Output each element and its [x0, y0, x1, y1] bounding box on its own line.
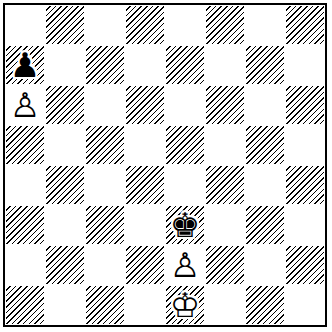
- square-c2[interactable]: [85, 245, 125, 285]
- black-king-fill: ♚: [165, 205, 205, 245]
- square-a5[interactable]: [5, 125, 45, 165]
- white-pawn-fill: ♟: [165, 245, 205, 285]
- square-c3[interactable]: [85, 205, 125, 245]
- square-d2[interactable]: [125, 245, 165, 285]
- square-g5[interactable]: [245, 125, 285, 165]
- square-d4[interactable]: [125, 165, 165, 205]
- black-king-glyph: ♚: [165, 205, 205, 245]
- square-b7[interactable]: [45, 45, 85, 85]
- chess-board: ♟♟♟♙♚♚♟♙♚♔: [5, 5, 325, 325]
- square-f4[interactable]: [205, 165, 245, 205]
- square-g1[interactable]: [245, 285, 285, 325]
- white-king-glyph: ♔: [165, 285, 205, 325]
- square-c6[interactable]: [85, 85, 125, 125]
- white-pawn: ♟♙: [5, 85, 45, 125]
- square-g3[interactable]: [245, 205, 285, 245]
- square-f5[interactable]: [205, 125, 245, 165]
- square-g2[interactable]: [245, 245, 285, 285]
- square-c5[interactable]: [85, 125, 125, 165]
- square-h8[interactable]: [285, 5, 325, 45]
- white-pawn-fill: ♟: [5, 85, 45, 125]
- square-c7[interactable]: [85, 45, 125, 85]
- square-f6[interactable]: [205, 85, 245, 125]
- square-b4[interactable]: [45, 165, 85, 205]
- square-a2[interactable]: [5, 245, 45, 285]
- square-a1[interactable]: [5, 285, 45, 325]
- black-pawn: ♟♟: [5, 45, 45, 85]
- white-king: ♚♔: [165, 285, 205, 325]
- square-f2[interactable]: [205, 245, 245, 285]
- square-h6[interactable]: [285, 85, 325, 125]
- square-e7[interactable]: [165, 45, 205, 85]
- square-h1[interactable]: [285, 285, 325, 325]
- square-e1[interactable]: ♚♔: [165, 285, 205, 325]
- square-f3[interactable]: [205, 205, 245, 245]
- square-g7[interactable]: [245, 45, 285, 85]
- square-c1[interactable]: [85, 285, 125, 325]
- square-h7[interactable]: [285, 45, 325, 85]
- chess-diagram: ♟♟♟♙♚♚♟♙♚♔: [0, 0, 332, 332]
- square-a6[interactable]: ♟♙: [5, 85, 45, 125]
- white-pawn: ♟♙: [165, 245, 205, 285]
- square-e6[interactable]: [165, 85, 205, 125]
- white-pawn-glyph: ♙: [165, 245, 205, 285]
- square-f8[interactable]: [205, 5, 245, 45]
- square-b8[interactable]: [45, 5, 85, 45]
- square-h3[interactable]: [285, 205, 325, 245]
- square-c4[interactable]: [85, 165, 125, 205]
- square-a3[interactable]: [5, 205, 45, 245]
- white-pawn-glyph: ♙: [5, 85, 45, 125]
- square-g8[interactable]: [245, 5, 285, 45]
- square-b5[interactable]: [45, 125, 85, 165]
- square-e8[interactable]: [165, 5, 205, 45]
- square-b6[interactable]: [45, 85, 85, 125]
- square-h5[interactable]: [285, 125, 325, 165]
- square-a8[interactable]: [5, 5, 45, 45]
- square-h2[interactable]: [285, 245, 325, 285]
- square-g6[interactable]: [245, 85, 285, 125]
- square-f7[interactable]: [205, 45, 245, 85]
- square-e3[interactable]: ♚♚: [165, 205, 205, 245]
- square-d7[interactable]: [125, 45, 165, 85]
- square-d5[interactable]: [125, 125, 165, 165]
- square-d8[interactable]: [125, 5, 165, 45]
- white-king-fill: ♚: [165, 285, 205, 325]
- square-f1[interactable]: [205, 285, 245, 325]
- square-b2[interactable]: [45, 245, 85, 285]
- square-a7[interactable]: ♟♟: [5, 45, 45, 85]
- square-d6[interactable]: [125, 85, 165, 125]
- square-g4[interactable]: [245, 165, 285, 205]
- square-b3[interactable]: [45, 205, 85, 245]
- board-frame: ♟♟♟♙♚♚♟♙♚♔: [3, 3, 327, 327]
- square-e2[interactable]: ♟♙: [165, 245, 205, 285]
- square-h4[interactable]: [285, 165, 325, 205]
- black-king: ♚♚: [165, 205, 205, 245]
- square-d3[interactable]: [125, 205, 165, 245]
- black-pawn-fill: ♟: [5, 45, 45, 85]
- square-e4[interactable]: [165, 165, 205, 205]
- square-d1[interactable]: [125, 285, 165, 325]
- square-b1[interactable]: [45, 285, 85, 325]
- black-pawn-glyph: ♟: [5, 45, 45, 85]
- square-c8[interactable]: [85, 5, 125, 45]
- square-a4[interactable]: [5, 165, 45, 205]
- square-e5[interactable]: [165, 125, 205, 165]
